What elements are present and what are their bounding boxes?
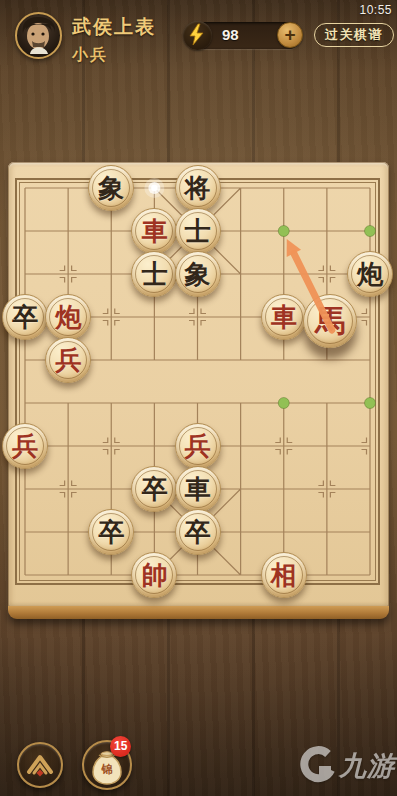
piece-black-elephant[interactable]: 象	[175, 251, 221, 297]
piece-red-soldier[interactable]: 兵	[175, 423, 221, 469]
energy-value: 98	[222, 26, 239, 43]
energy-meter: 98 +	[184, 22, 302, 49]
stage-titles: 武侯上表 小兵	[72, 14, 156, 66]
piece-glyph: 卒	[89, 510, 133, 554]
piece-red-elephant[interactable]: 相	[261, 552, 307, 598]
piece-red-horse[interactable]: 馬	[303, 294, 357, 348]
piece-black-general[interactable]: 将	[175, 165, 221, 211]
chevron-up-icon	[19, 744, 61, 786]
lightning-icon	[183, 21, 212, 50]
piece-glyph: 帥	[132, 553, 176, 597]
bag-label: 锦	[84, 762, 130, 777]
watermark-logo: 九游	[295, 744, 395, 788]
status-clock: 10:55	[359, 3, 392, 17]
piece-glyph: 車	[262, 295, 306, 339]
piece-glyph: 兵	[46, 338, 90, 382]
piece-glyph: 象	[89, 166, 133, 210]
piece-black-chariot[interactable]: 車	[175, 466, 221, 512]
collapse-panel-button[interactable]	[17, 742, 63, 788]
piece-glyph: 象	[176, 252, 220, 296]
piece-red-soldier[interactable]: 兵	[45, 337, 91, 383]
piece-black-elephant[interactable]: 象	[88, 165, 134, 211]
piece-glyph: 将	[176, 166, 220, 210]
piece-black-cannon[interactable]: 炮	[347, 251, 393, 297]
piece-black-advisor[interactable]: 士	[131, 251, 177, 297]
piece-black-soldier[interactable]: 卒	[2, 294, 48, 340]
nine-game-logo-icon	[295, 744, 339, 788]
avatar-portrait-icon	[17, 14, 60, 57]
stage-rank: 小兵	[72, 45, 156, 66]
stage-title: 武侯上表	[72, 14, 156, 40]
piece-black-soldier[interactable]: 卒	[131, 466, 177, 512]
piece-red-chariot[interactable]: 車	[261, 294, 307, 340]
piece-black-soldier[interactable]: 卒	[88, 509, 134, 555]
piece-glyph: 馬	[304, 295, 356, 347]
piece-glyph: 車	[132, 209, 176, 253]
piece-glyph: 炮	[46, 295, 90, 339]
piece-red-general[interactable]: 帥	[131, 552, 177, 598]
piece-black-advisor[interactable]: 士	[175, 208, 221, 254]
add-energy-button[interactable]: +	[277, 22, 303, 48]
move-hint-dot[interactable]	[278, 398, 289, 409]
move-hint-dot[interactable]	[278, 226, 289, 237]
piece-glyph: 士	[176, 209, 220, 253]
piece-glyph: 士	[132, 252, 176, 296]
player-avatar[interactable]	[15, 12, 62, 59]
piece-glyph: 車	[176, 467, 220, 511]
piece-red-cannon[interactable]: 炮	[45, 294, 91, 340]
piece-red-chariot[interactable]: 車	[131, 208, 177, 254]
piece-black-soldier[interactable]: 卒	[175, 509, 221, 555]
board-bevel-edge	[8, 606, 389, 619]
puzzle-book-button[interactable]: 过关棋谱	[314, 23, 394, 47]
piece-glyph: 兵	[3, 424, 47, 468]
hint-bag-button[interactable]: 锦 15	[82, 740, 132, 790]
piece-red-soldier[interactable]: 兵	[2, 423, 48, 469]
piece-glyph: 卒	[3, 295, 47, 339]
piece-glyph: 卒	[132, 467, 176, 511]
watermark-text: 九游	[339, 748, 395, 784]
app-screen: 10:55 武侯上表 小兵 98 + 过关棋谱 象将車士士象炮卒炮車馬兵兵兵卒車…	[0, 0, 397, 796]
move-hint-dot[interactable]	[365, 398, 376, 409]
move-hint-dot[interactable]	[365, 226, 376, 237]
piece-glyph: 相	[262, 553, 306, 597]
piece-glyph: 卒	[176, 510, 220, 554]
piece-glyph: 兵	[176, 424, 220, 468]
piece-glyph: 炮	[348, 252, 392, 296]
